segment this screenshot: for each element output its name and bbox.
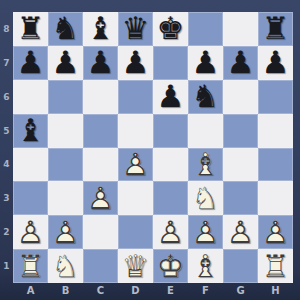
piece-glyph-outline: ♙ — [13, 215, 48, 249]
piece-glyph-fill: ♞ — [188, 80, 223, 114]
square-g2[interactable]: ♟♙ — [223, 215, 258, 249]
square-h5[interactable] — [258, 114, 293, 148]
square-e3[interactable] — [153, 181, 188, 215]
square-e8[interactable]: ♚ — [153, 12, 188, 46]
piece-white-pawn[interactable]: ♟♙ — [83, 181, 118, 215]
square-c6[interactable] — [83, 80, 118, 114]
piece-white-pawn[interactable]: ♟♙ — [188, 215, 223, 249]
square-h1[interactable]: ♜♖ — [258, 249, 293, 283]
square-f2[interactable]: ♟♙ — [188, 215, 223, 249]
piece-black-pawn[interactable]: ♟ — [258, 46, 293, 80]
piece-glyph-outline: ♙ — [223, 215, 258, 249]
square-b3[interactable] — [48, 181, 83, 215]
piece-glyph-fill: ♜ — [258, 12, 293, 46]
square-f8[interactable] — [188, 12, 223, 46]
rank-label: 7 — [0, 46, 13, 80]
square-c7[interactable]: ♟ — [83, 46, 118, 80]
square-e7[interactable] — [153, 46, 188, 80]
piece-glyph-fill: ♟ — [153, 80, 188, 114]
piece-black-pawn[interactable]: ♟ — [83, 46, 118, 80]
piece-glyph-outline: ♗ — [188, 249, 223, 283]
square-c3[interactable]: ♟♙ — [83, 181, 118, 215]
square-d8[interactable]: ♛ — [118, 12, 153, 46]
square-e6[interactable]: ♟ — [153, 80, 188, 114]
file-labels: ABCDEFGH — [13, 283, 293, 300]
piece-black-pawn[interactable]: ♟ — [223, 46, 258, 80]
piece-glyph-fill: ♟ — [258, 46, 293, 80]
piece-glyph-outline: ♘ — [188, 181, 223, 215]
piece-white-rook[interactable]: ♜♖ — [258, 249, 293, 283]
square-f6[interactable]: ♞ — [188, 80, 223, 114]
piece-glyph-fill: ♝ — [13, 114, 48, 148]
rank-label: 4 — [0, 148, 13, 182]
piece-black-king[interactable]: ♚ — [153, 12, 188, 46]
piece-glyph-fill: ♟ — [118, 46, 153, 80]
piece-black-knight[interactable]: ♞ — [48, 12, 83, 46]
square-c1[interactable] — [83, 249, 118, 283]
square-d1[interactable]: ♛♕ — [118, 249, 153, 283]
square-h4[interactable] — [258, 148, 293, 182]
square-a7[interactable]: ♟ — [13, 46, 48, 80]
square-h6[interactable] — [258, 80, 293, 114]
square-d5[interactable] — [118, 114, 153, 148]
square-b6[interactable] — [48, 80, 83, 114]
square-e1[interactable]: ♚♔ — [153, 249, 188, 283]
piece-black-pawn[interactable]: ♟ — [118, 46, 153, 80]
square-a8[interactable]: ♜ — [13, 12, 48, 46]
file-label: H — [258, 283, 293, 300]
rank-label: 5 — [0, 114, 13, 148]
square-a2[interactable]: ♟♙ — [13, 215, 48, 249]
square-a1[interactable]: ♜♖ — [13, 249, 48, 283]
piece-glyph-outline: ♕ — [118, 249, 153, 283]
piece-glyph-outline: ♗ — [188, 148, 223, 182]
piece-white-knight[interactable]: ♞♘ — [48, 249, 83, 283]
square-b7[interactable]: ♟ — [48, 46, 83, 80]
square-e2[interactable]: ♟♙ — [153, 215, 188, 249]
rank-labels: 87654321 — [0, 12, 13, 283]
piece-glyph-fill: ♟ — [188, 46, 223, 80]
square-g3[interactable] — [223, 181, 258, 215]
chess-board-frame: 87654321 ♜♞♝♛♚♜♟♟♟♟♟♟♟♟♞♝♟♙♝♗♟♙♞♘♟♙♟♙♟♙♟… — [0, 0, 300, 300]
square-c4[interactable] — [83, 148, 118, 182]
piece-black-pawn[interactable]: ♟ — [13, 46, 48, 80]
piece-glyph-outline: ♙ — [153, 215, 188, 249]
piece-glyph-outline: ♖ — [258, 249, 293, 283]
square-e4[interactable] — [153, 148, 188, 182]
piece-glyph-fill: ♞ — [48, 12, 83, 46]
piece-glyph-fill: ♚ — [153, 12, 188, 46]
chess-board[interactable]: ♜♞♝♛♚♜♟♟♟♟♟♟♟♟♞♝♟♙♝♗♟♙♞♘♟♙♟♙♟♙♟♙♟♙♟♙♜♖♞♘… — [13, 12, 293, 283]
square-a5[interactable]: ♝ — [13, 114, 48, 148]
square-g7[interactable]: ♟ — [223, 46, 258, 80]
piece-glyph-outline: ♙ — [118, 148, 153, 182]
square-h2[interactable]: ♟♙ — [258, 215, 293, 249]
file-label: F — [188, 283, 223, 300]
square-d6[interactable] — [118, 80, 153, 114]
piece-glyph-fill: ♝ — [83, 12, 118, 46]
square-h3[interactable] — [258, 181, 293, 215]
piece-glyph-fill: ♟ — [83, 46, 118, 80]
square-b2[interactable]: ♟♙ — [48, 215, 83, 249]
piece-black-bishop[interactable]: ♝ — [13, 114, 48, 148]
piece-glyph-fill: ♟ — [48, 46, 83, 80]
piece-glyph-fill: ♜ — [13, 12, 48, 46]
piece-black-rook[interactable]: ♜ — [13, 12, 48, 46]
file-label: C — [83, 283, 118, 300]
piece-glyph-fill: ♟ — [13, 46, 48, 80]
piece-glyph-fill: ♛ — [118, 12, 153, 46]
piece-white-pawn[interactable]: ♟♙ — [13, 215, 48, 249]
square-e5[interactable] — [153, 114, 188, 148]
piece-black-knight[interactable]: ♞ — [188, 80, 223, 114]
piece-white-bishop[interactable]: ♝♗ — [188, 148, 223, 182]
piece-glyph-outline: ♔ — [153, 249, 188, 283]
square-g8[interactable] — [223, 12, 258, 46]
piece-white-knight[interactable]: ♞♘ — [188, 181, 223, 215]
piece-white-king[interactable]: ♚♔ — [153, 249, 188, 283]
piece-white-pawn[interactable]: ♟♙ — [223, 215, 258, 249]
square-g6[interactable] — [223, 80, 258, 114]
square-g5[interactable] — [223, 114, 258, 148]
piece-black-pawn[interactable]: ♟ — [153, 80, 188, 114]
square-a3[interactable] — [13, 181, 48, 215]
piece-black-bishop[interactable]: ♝ — [83, 12, 118, 46]
piece-white-pawn[interactable]: ♟♙ — [153, 215, 188, 249]
piece-white-pawn[interactable]: ♟♙ — [48, 215, 83, 249]
piece-glyph-outline: ♙ — [258, 215, 293, 249]
file-label: G — [223, 283, 258, 300]
piece-white-pawn[interactable]: ♟♙ — [118, 148, 153, 182]
piece-glyph-outline: ♙ — [83, 181, 118, 215]
piece-glyph-fill: ♟ — [223, 46, 258, 80]
piece-black-pawn[interactable]: ♟ — [48, 46, 83, 80]
square-f3[interactable]: ♞♘ — [188, 181, 223, 215]
square-c5[interactable] — [83, 114, 118, 148]
file-label: A — [13, 283, 48, 300]
square-d4[interactable]: ♟♙ — [118, 148, 153, 182]
rank-label: 3 — [0, 181, 13, 215]
square-a6[interactable] — [13, 80, 48, 114]
square-b1[interactable]: ♞♘ — [48, 249, 83, 283]
piece-black-pawn[interactable]: ♟ — [188, 46, 223, 80]
square-f4[interactable]: ♝♗ — [188, 148, 223, 182]
piece-glyph-outline: ♖ — [13, 249, 48, 283]
piece-black-queen[interactable]: ♛ — [118, 12, 153, 46]
piece-white-bishop[interactable]: ♝♗ — [188, 249, 223, 283]
square-c2[interactable] — [83, 215, 118, 249]
square-g1[interactable] — [223, 249, 258, 283]
square-a4[interactable] — [13, 148, 48, 182]
square-c8[interactable]: ♝ — [83, 12, 118, 46]
square-f7[interactable]: ♟ — [188, 46, 223, 80]
piece-black-rook[interactable]: ♜ — [258, 12, 293, 46]
rank-label: 2 — [0, 215, 13, 249]
piece-glyph-outline: ♙ — [48, 215, 83, 249]
piece-white-rook[interactable]: ♜♖ — [13, 249, 48, 283]
square-h7[interactable]: ♟ — [258, 46, 293, 80]
file-label: E — [153, 283, 188, 300]
file-label: B — [48, 283, 83, 300]
rank-label: 8 — [0, 12, 13, 46]
file-label: D — [118, 283, 153, 300]
square-h8[interactable]: ♜ — [258, 12, 293, 46]
square-b5[interactable] — [48, 114, 83, 148]
square-d3[interactable] — [118, 181, 153, 215]
square-b8[interactable]: ♞ — [48, 12, 83, 46]
rank-label: 6 — [0, 80, 13, 114]
piece-glyph-outline: ♘ — [48, 249, 83, 283]
rank-label: 1 — [0, 249, 13, 283]
square-g4[interactable] — [223, 148, 258, 182]
piece-glyph-outline: ♙ — [188, 215, 223, 249]
piece-white-pawn[interactable]: ♟♙ — [258, 215, 293, 249]
piece-white-queen[interactable]: ♛♕ — [118, 249, 153, 283]
square-d2[interactable] — [118, 215, 153, 249]
square-f1[interactable]: ♝♗ — [188, 249, 223, 283]
square-b4[interactable] — [48, 148, 83, 182]
square-f5[interactable] — [188, 114, 223, 148]
square-d7[interactable]: ♟ — [118, 46, 153, 80]
